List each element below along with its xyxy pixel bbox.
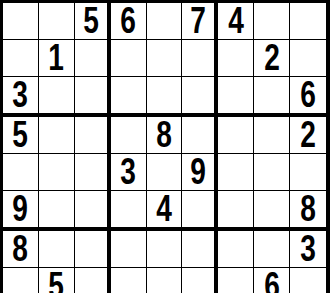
cell-r6c7[interactable] <box>218 191 254 231</box>
given-digit: 9 <box>191 154 207 190</box>
cell-r6c5[interactable]: 4 <box>147 191 183 231</box>
cell-r6c2[interactable] <box>39 191 75 231</box>
cell-r1c1[interactable] <box>3 3 39 40</box>
cell-r7c2[interactable] <box>39 231 75 268</box>
cell-r3c8[interactable] <box>254 77 290 117</box>
given-digit: 6 <box>120 3 136 39</box>
cell-r4c7[interactable] <box>218 117 254 154</box>
cell-r8c9[interactable] <box>290 268 326 293</box>
cell-r3c2[interactable] <box>39 77 75 117</box>
cell-r3c5[interactable] <box>147 77 183 117</box>
cell-r1c6[interactable]: 7 <box>182 3 218 40</box>
cell-r7c9[interactable]: 3 <box>290 231 326 268</box>
cell-r4c2[interactable] <box>39 117 75 154</box>
given-digit: 4 <box>156 191 172 227</box>
given-digit: 2 <box>300 117 316 153</box>
cell-r1c7[interactable]: 4 <box>218 3 254 40</box>
given-digit: 6 <box>264 268 280 293</box>
cell-r4c8[interactable] <box>254 117 290 154</box>
cell-r8c7[interactable] <box>218 268 254 293</box>
cell-r2c3[interactable] <box>75 40 111 77</box>
cell-r3c7[interactable] <box>218 77 254 117</box>
cell-r4c4[interactable] <box>111 117 147 154</box>
given-digit: 3 <box>120 154 136 190</box>
given-digit: 8 <box>300 191 316 227</box>
given-digit: 3 <box>13 77 29 113</box>
given-digit: 5 <box>13 117 29 153</box>
cell-r6c3[interactable] <box>75 191 111 231</box>
cell-r2c2[interactable]: 1 <box>39 40 75 77</box>
cell-r2c8[interactable]: 2 <box>254 40 290 77</box>
cell-r4c5[interactable]: 8 <box>147 117 183 154</box>
cell-r5c4[interactable]: 3 <box>111 154 147 191</box>
cell-r2c5[interactable] <box>147 40 183 77</box>
cell-r5c5[interactable] <box>147 154 183 191</box>
given-digit: 8 <box>156 117 172 153</box>
cell-r3c3[interactable] <box>75 77 111 117</box>
cell-r3c4[interactable] <box>111 77 147 117</box>
cell-r1c9[interactable] <box>290 3 326 40</box>
given-digit: 6 <box>300 77 316 113</box>
cell-r2c4[interactable] <box>111 40 147 77</box>
cell-r4c1[interactable]: 5 <box>3 117 39 154</box>
cell-r3c6[interactable] <box>182 77 218 117</box>
given-digit: 1 <box>49 40 65 76</box>
cell-r4c9[interactable]: 2 <box>290 117 326 154</box>
cell-r8c8[interactable]: 6 <box>254 268 290 293</box>
cell-r7c8[interactable] <box>254 231 290 268</box>
cell-r6c4[interactable] <box>111 191 147 231</box>
cell-r6c9[interactable]: 8 <box>290 191 326 231</box>
cell-r5c8[interactable] <box>254 154 290 191</box>
cell-r1c2[interactable] <box>39 3 75 40</box>
cell-r5c1[interactable] <box>3 154 39 191</box>
cell-r5c3[interactable] <box>75 154 111 191</box>
cell-r7c1[interactable]: 8 <box>3 231 39 268</box>
cell-r8c3[interactable] <box>75 268 111 293</box>
cell-r5c6[interactable]: 9 <box>182 154 218 191</box>
cell-r7c4[interactable] <box>111 231 147 268</box>
cell-r8c1[interactable] <box>3 268 39 293</box>
cell-r7c5[interactable] <box>147 231 183 268</box>
sudoku-board: 567412365823994883567815 <box>0 0 330 293</box>
cell-r6c6[interactable] <box>182 191 218 231</box>
given-digit: 5 <box>49 268 65 293</box>
cell-r3c9[interactable]: 6 <box>290 77 326 117</box>
cell-r8c4[interactable] <box>111 268 147 293</box>
cell-r1c3[interactable]: 5 <box>75 3 111 40</box>
cell-r5c2[interactable] <box>39 154 75 191</box>
cell-r1c4[interactable]: 6 <box>111 3 147 40</box>
cell-r5c9[interactable] <box>290 154 326 191</box>
cell-r2c6[interactable] <box>182 40 218 77</box>
cell-r4c6[interactable] <box>182 117 218 154</box>
cell-r2c7[interactable] <box>218 40 254 77</box>
given-digit: 4 <box>228 3 244 39</box>
cell-r6c1[interactable]: 9 <box>3 191 39 231</box>
cell-r8c5[interactable] <box>147 268 183 293</box>
cell-r1c5[interactable] <box>147 3 183 40</box>
cell-r3c1[interactable]: 3 <box>3 77 39 117</box>
cell-r2c1[interactable] <box>3 40 39 77</box>
cell-r1c8[interactable] <box>254 3 290 40</box>
cell-r2c9[interactable] <box>290 40 326 77</box>
cell-r8c6[interactable] <box>182 268 218 293</box>
cell-r8c2[interactable]: 5 <box>39 268 75 293</box>
cell-r7c3[interactable] <box>75 231 111 268</box>
cell-r7c6[interactable] <box>182 231 218 268</box>
given-digit: 2 <box>264 40 280 76</box>
given-digit: 3 <box>300 231 316 267</box>
cell-r6c8[interactable] <box>254 191 290 231</box>
given-digit: 8 <box>13 231 29 267</box>
cell-r5c7[interactable] <box>218 154 254 191</box>
given-digit: 5 <box>83 3 99 39</box>
given-digit: 7 <box>191 3 207 39</box>
cell-r4c3[interactable] <box>75 117 111 154</box>
cell-r7c7[interactable] <box>218 231 254 268</box>
given-digit: 9 <box>13 191 29 227</box>
